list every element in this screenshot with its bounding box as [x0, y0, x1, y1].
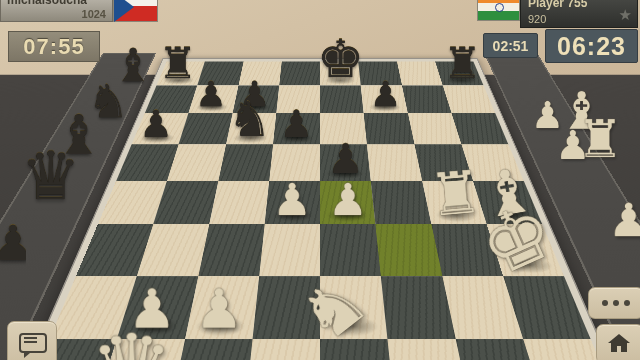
right-player-rating: 920	[528, 13, 546, 25]
piece-bP-e5[interactable]: ♟	[327, 140, 364, 179]
square-d3[interactable]	[259, 224, 320, 276]
square-h8[interactable]: ♜	[435, 62, 483, 86]
left-player-clock: 07:55	[8, 31, 100, 62]
right-player-name: Player 755	[528, 0, 587, 10]
czech-flag-icon	[113, 0, 158, 22]
square-f4[interactable]	[371, 181, 431, 224]
right-player-clock: 06:23	[545, 29, 638, 63]
square-f7[interactable]: ♟	[361, 85, 408, 112]
captured-wP: ♟	[555, 127, 590, 165]
square-e1[interactable]	[320, 339, 396, 360]
piece-bR-h8[interactable]: ♜	[443, 43, 482, 84]
home-icon	[608, 332, 630, 354]
square-c2[interactable]: ♟	[185, 276, 259, 339]
square-c5[interactable]	[218, 144, 273, 181]
piece-wP-c2[interactable]: ♟	[195, 284, 243, 335]
square-f6[interactable]	[364, 113, 414, 144]
chat-button[interactable]	[7, 321, 57, 360]
square-b6[interactable]	[179, 113, 233, 144]
captured-wP: ♟	[608, 199, 640, 243]
piece-wQ-b1[interactable]: ♛	[89, 324, 173, 360]
right-player-plate: Player 755 920 ★	[520, 0, 638, 28]
piece-bP-b7[interactable]: ♟	[195, 78, 226, 111]
star-icon: ★	[619, 6, 632, 24]
square-c3[interactable]	[198, 224, 264, 276]
square-e8[interactable]: ♚	[320, 62, 361, 86]
piece-wP-d4[interactable]: ♟	[272, 180, 312, 222]
home-button[interactable]	[596, 324, 640, 360]
square-e4[interactable]: ♟	[320, 181, 376, 224]
square-h3[interactable]: ♚	[487, 224, 564, 276]
more-dot	[624, 300, 630, 306]
square-c4[interactable]	[209, 181, 269, 224]
square-d6[interactable]: ♟	[273, 113, 320, 144]
table-plane: ♝♞♝♛♟♟ ♟♝♟♜♟♞♟ ♜♚♜♟♟♟♟♞♟♟♟♟♜♝♚♟♟♞♛	[0, 58, 640, 360]
square-b5[interactable]	[167, 144, 226, 181]
left-player-plate: michalsoucha 1024	[0, 0, 113, 22]
left-player-name: michalsoucha	[7, 0, 87, 7]
piece-bR-a8[interactable]: ♜	[158, 43, 197, 84]
square-f5[interactable]	[367, 144, 422, 181]
left-player-rating: 1024	[82, 8, 106, 20]
piece-wP-e4[interactable]: ♟	[328, 180, 368, 222]
square-e2[interactable]: ♞	[320, 276, 388, 339]
india-flag-icon	[477, 0, 520, 21]
square-d8[interactable]	[279, 62, 320, 86]
captured-bP: ♟	[0, 221, 35, 267]
right-player-increment-clock: 02:51	[483, 33, 538, 58]
captured-bQ: ♛	[21, 144, 81, 207]
piece-bP-f7[interactable]: ♟	[370, 78, 401, 111]
square-h6[interactable]	[451, 113, 508, 144]
square-d1[interactable]	[244, 339, 320, 360]
square-h7[interactable]	[443, 85, 495, 112]
piece-bK-e8[interactable]: ♚	[317, 34, 364, 84]
square-d4[interactable]: ♟	[264, 181, 320, 224]
more-dot	[613, 300, 619, 306]
piece-bP-d6[interactable]: ♟	[280, 107, 314, 143]
more-dot	[602, 300, 608, 306]
piece-bP-a6[interactable]: ♟	[139, 107, 173, 143]
square-e7[interactable]	[320, 85, 364, 112]
chess-app-screen: ♝♞♝♛♟♟ ♟♝♟♜♟♞♟ ♜♚♜♟♟♟♟♞♟♟♟♟♜♝♚♟♟♞♛ micha…	[0, 0, 640, 360]
square-c6[interactable]: ♞	[226, 113, 276, 144]
chat-bubble-icon	[19, 333, 47, 353]
piece-bN-c6[interactable]: ♞	[228, 96, 272, 142]
square-b1[interactable]: ♛	[92, 339, 184, 360]
more-options-button[interactable]	[588, 287, 640, 319]
